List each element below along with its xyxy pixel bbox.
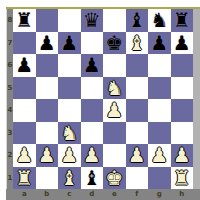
- chess-board[interactable]: ♜♛♝♞♜♟♟♚♝♟♟♟♟♞♟♞♟♟♟♟♟♟♟♜♝♝♚♜: [13, 9, 193, 189]
- piece-white-pawn-h2[interactable]: ♟: [173, 145, 191, 165]
- piece-black-pawn-a6[interactable]: ♟: [15, 55, 33, 75]
- square-c5[interactable]: [58, 77, 81, 100]
- square-b8[interactable]: [36, 9, 59, 32]
- square-h3[interactable]: [171, 122, 194, 145]
- square-b3[interactable]: [36, 122, 59, 145]
- square-h2[interactable]: ♟: [171, 144, 194, 167]
- square-h7[interactable]: ♟: [171, 32, 194, 55]
- square-f5[interactable]: [126, 77, 149, 100]
- file-label-f: f: [126, 189, 149, 200]
- file-coordinates: abcdefgh: [6, 189, 200, 200]
- piece-black-pawn-b7[interactable]: ♟: [38, 33, 56, 53]
- piece-white-pawn-g2[interactable]: ♟: [150, 145, 168, 165]
- square-a1[interactable]: ♜: [13, 167, 36, 190]
- square-b4[interactable]: [36, 99, 59, 122]
- square-g7[interactable]: ♟: [148, 32, 171, 55]
- square-g8[interactable]: ♞: [148, 9, 171, 32]
- square-h8[interactable]: ♜: [171, 9, 194, 32]
- square-b2[interactable]: ♟: [36, 144, 59, 167]
- square-g2[interactable]: ♟: [148, 144, 171, 167]
- square-f4[interactable]: [126, 99, 149, 122]
- square-f2[interactable]: ♟: [126, 144, 149, 167]
- square-g4[interactable]: [148, 99, 171, 122]
- square-d2[interactable]: ♟: [81, 144, 104, 167]
- square-b6[interactable]: [36, 54, 59, 77]
- square-b7[interactable]: ♟: [36, 32, 59, 55]
- piece-black-knight-g8[interactable]: ♞: [150, 10, 168, 30]
- piece-white-pawn-d2[interactable]: ♟: [83, 145, 101, 165]
- square-e8[interactable]: [103, 9, 126, 32]
- piece-white-knight-c3[interactable]: ♞: [60, 123, 78, 143]
- square-a7[interactable]: [13, 32, 36, 55]
- square-d8[interactable]: ♛: [81, 9, 104, 32]
- square-c3[interactable]: ♞: [58, 122, 81, 145]
- piece-white-pawn-b2[interactable]: ♟: [38, 145, 56, 165]
- square-c8[interactable]: [58, 9, 81, 32]
- square-g6[interactable]: [148, 54, 171, 77]
- piece-black-pawn-d6[interactable]: ♟: [83, 55, 101, 75]
- square-h6[interactable]: [171, 54, 194, 77]
- square-d6[interactable]: ♟: [81, 54, 104, 77]
- rank-coordinates: 87654321: [6, 9, 13, 200]
- square-e6[interactable]: [103, 54, 126, 77]
- square-a8[interactable]: ♜: [13, 9, 36, 32]
- square-e3[interactable]: [103, 122, 126, 145]
- square-f3[interactable]: [126, 122, 149, 145]
- square-e5[interactable]: ♞: [103, 77, 126, 100]
- file-label-g: g: [148, 189, 171, 200]
- square-c7[interactable]: ♟: [58, 32, 81, 55]
- square-e7[interactable]: ♚: [103, 32, 126, 55]
- piece-white-bishop-c1[interactable]: ♝: [60, 168, 78, 188]
- square-f6[interactable]: [126, 54, 149, 77]
- square-c1[interactable]: ♝: [58, 167, 81, 190]
- piece-white-pawn-a2[interactable]: ♟: [15, 145, 33, 165]
- piece-black-rook-h8[interactable]: ♜: [173, 10, 191, 30]
- piece-white-pawn-f2[interactable]: ♟: [128, 145, 146, 165]
- square-e4[interactable]: ♟: [103, 99, 126, 122]
- file-label-h: h: [171, 189, 194, 200]
- square-d3[interactable]: [81, 122, 104, 145]
- square-a6[interactable]: ♟: [13, 54, 36, 77]
- piece-white-rook-a1[interactable]: ♜: [15, 168, 33, 188]
- square-d4[interactable]: [81, 99, 104, 122]
- chess-app-window: 87654321 ♜♛♝♞♜♟♟♚♝♟♟♟♟♞♟♞♟♟♟♟♟♟♟♜♝♝♚♜ ab…: [0, 0, 200, 200]
- piece-white-king-e1[interactable]: ♚: [105, 168, 123, 188]
- piece-white-bishop-f7[interactable]: ♝: [128, 33, 146, 53]
- file-label-e: e: [103, 189, 126, 200]
- square-g3[interactable]: [148, 122, 171, 145]
- square-a5[interactable]: [13, 77, 36, 100]
- piece-black-bishop-f8[interactable]: ♝: [128, 10, 146, 30]
- square-f1[interactable]: [126, 167, 149, 190]
- square-a3[interactable]: [13, 122, 36, 145]
- file-label-b: b: [36, 189, 59, 200]
- square-b1[interactable]: [36, 167, 59, 190]
- square-b5[interactable]: [36, 77, 59, 100]
- piece-black-rook-a8[interactable]: ♜: [15, 10, 33, 30]
- square-e1[interactable]: ♚: [103, 167, 126, 190]
- square-a2[interactable]: ♟: [13, 144, 36, 167]
- square-a4[interactable]: [13, 99, 36, 122]
- square-c4[interactable]: [58, 99, 81, 122]
- square-e2[interactable]: [103, 144, 126, 167]
- piece-black-pawn-g7[interactable]: ♟: [150, 33, 168, 53]
- square-g5[interactable]: [148, 77, 171, 100]
- piece-white-rook-h1[interactable]: ♜: [173, 168, 191, 188]
- piece-black-pawn-h7[interactable]: ♟: [173, 33, 191, 53]
- square-h5[interactable]: [171, 77, 194, 100]
- square-c2[interactable]: ♟: [58, 144, 81, 167]
- piece-black-king-e7[interactable]: ♚: [105, 33, 123, 53]
- square-h4[interactable]: [171, 99, 194, 122]
- file-label-d: d: [81, 189, 104, 200]
- piece-black-pawn-c7[interactable]: ♟: [60, 33, 78, 53]
- piece-white-pawn-e4[interactable]: ♟: [105, 100, 123, 120]
- square-f8[interactable]: ♝: [126, 9, 149, 32]
- piece-black-bishop-d1[interactable]: ♝: [83, 168, 101, 188]
- piece-black-queen-d8[interactable]: ♛: [83, 10, 101, 30]
- piece-white-pawn-c2[interactable]: ♟: [60, 145, 78, 165]
- square-h1[interactable]: ♜: [171, 167, 194, 190]
- square-d5[interactable]: [81, 77, 104, 100]
- square-d1[interactable]: ♝: [81, 167, 104, 190]
- right-gutter: [193, 9, 200, 189]
- square-f7[interactable]: ♝: [126, 32, 149, 55]
- piece-white-knight-e5[interactable]: ♞: [105, 78, 123, 98]
- file-label-a: a: [13, 189, 36, 200]
- file-label-c: c: [58, 189, 81, 200]
- square-c6[interactable]: [58, 54, 81, 77]
- square-g1[interactable]: [148, 167, 171, 190]
- square-d7[interactable]: [81, 32, 104, 55]
